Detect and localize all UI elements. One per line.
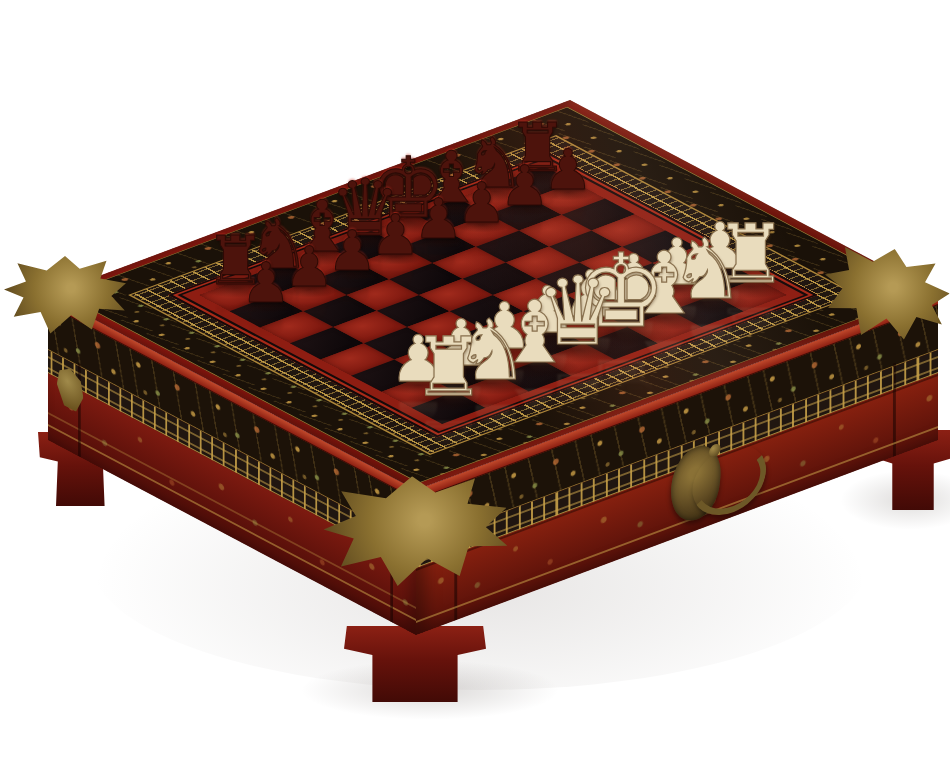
chess-set-scene: ♜♜♞♞♝♝♛♛♚♚♝♝♞♞♜♜♟♟♟♟♟♟♟♟♟♟♟♟♟♟♟♟♟♟♟♟♟♟♟♟… (0, 0, 950, 782)
box-foot-center (344, 626, 486, 702)
black-pawn-e7[interactable]: ♟♟ (414, 191, 464, 277)
piece-reflection: ♜ (412, 408, 485, 453)
piece-reflection: ♟ (457, 231, 507, 262)
piece-glyph: ♟ (241, 255, 291, 311)
piece-reflection: ♟ (241, 311, 291, 342)
panel-seam (78, 363, 81, 457)
black-pawn-c7[interactable]: ♟♟ (327, 223, 377, 309)
piece-reflection: ♟ (500, 214, 550, 245)
black-pawn-f7[interactable]: ♟♟ (457, 175, 507, 261)
white-rook-a1[interactable]: ♜♜ (412, 327, 485, 453)
piece-glyph: ♟ (543, 143, 593, 199)
piece-glyph: ♟ (414, 191, 464, 247)
piece-glyph: ♟ (284, 239, 334, 295)
piece-glyph: ♟ (370, 207, 420, 263)
black-pawn-b7[interactable]: ♟♟ (284, 239, 334, 325)
piece-reflection: ♟ (543, 198, 593, 229)
piece-glyph: ♟ (500, 159, 550, 215)
piece-reflection: ♟ (284, 295, 334, 326)
piece-glyph: ♟ (457, 175, 507, 231)
piece-glyph: ♟ (327, 223, 377, 279)
black-pawn-g7[interactable]: ♟♟ (500, 159, 550, 245)
piece-reflection: ♟ (414, 247, 464, 278)
black-pawn-a7[interactable]: ♟♟ (241, 255, 291, 341)
black-pawn-d7[interactable]: ♟♟ (370, 207, 420, 293)
piece-reflection: ♟ (370, 263, 420, 294)
black-pawn-h7[interactable]: ♟♟ (543, 143, 593, 229)
piece-glyph: ♜ (412, 327, 485, 408)
piece-reflection: ♟ (327, 279, 377, 310)
